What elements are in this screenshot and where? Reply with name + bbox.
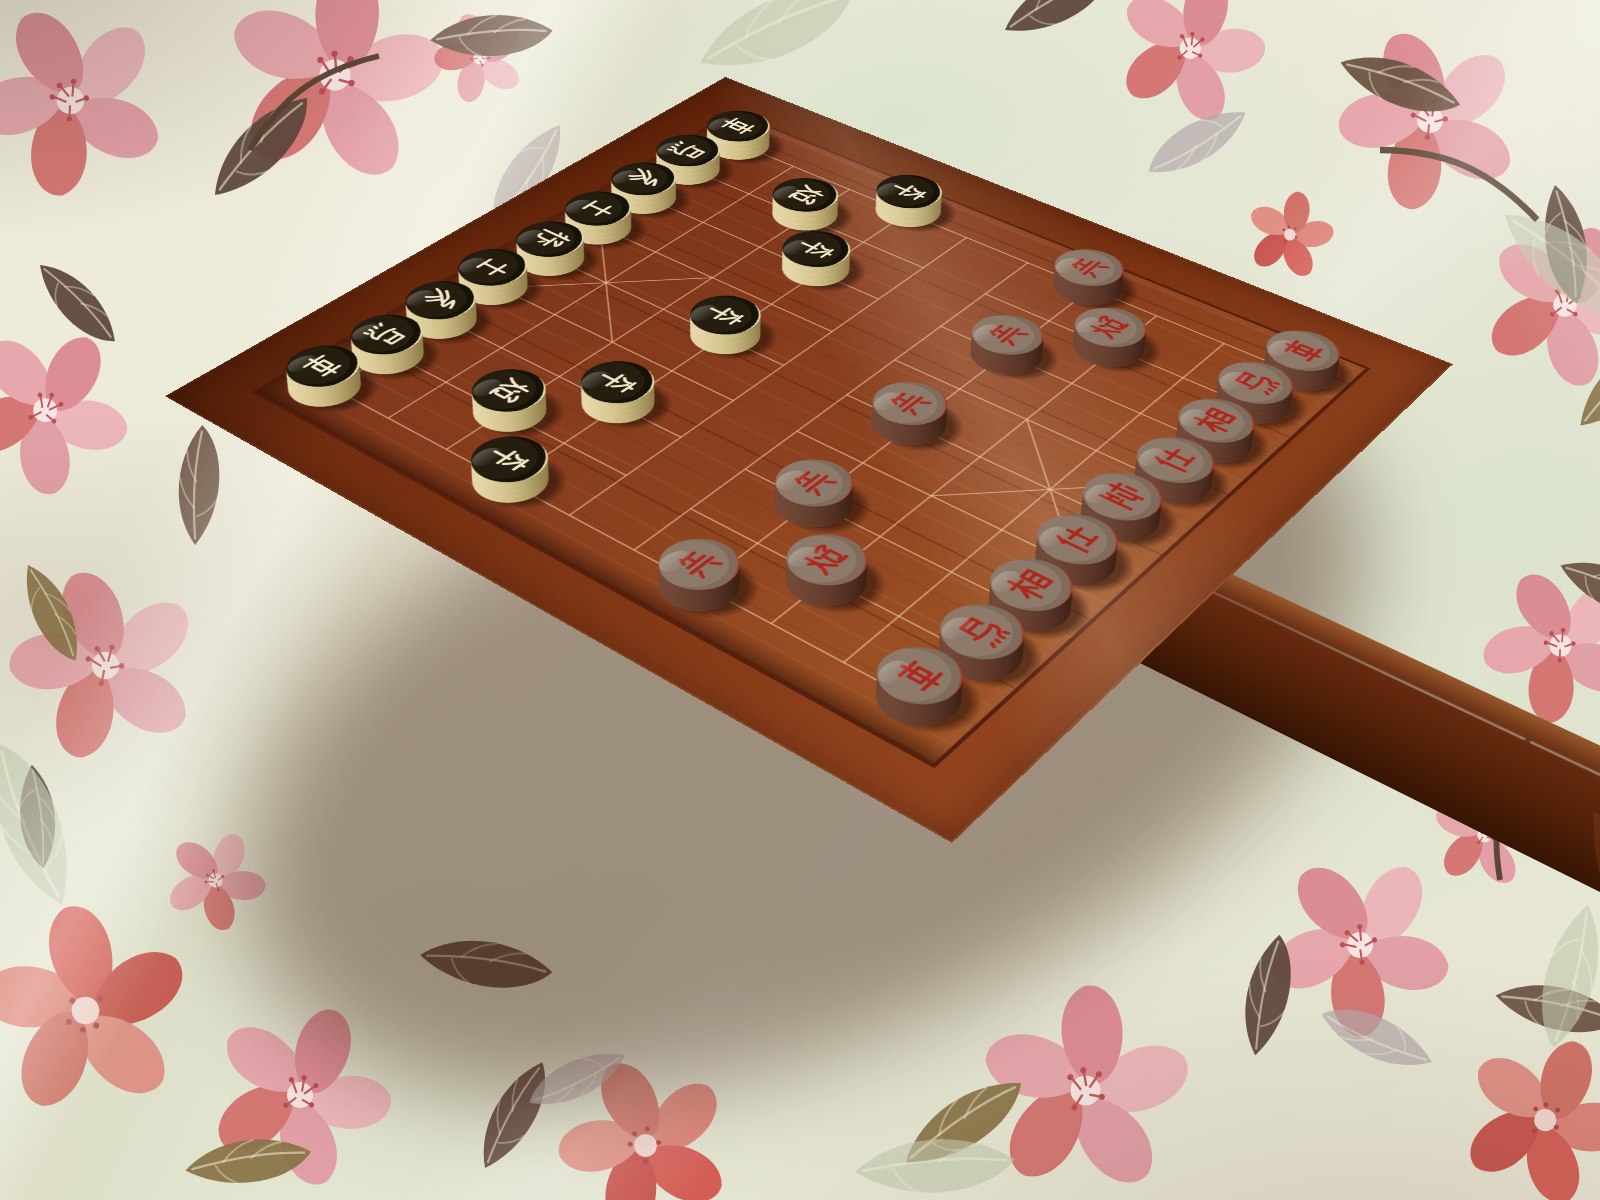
piece-character-icon (945, 607, 1020, 656)
piece-character-icon (881, 650, 958, 702)
piece-character-icon (475, 439, 544, 480)
piece-character-icon (1042, 517, 1113, 562)
piece-character-icon (584, 363, 650, 401)
piece-character-icon (1088, 475, 1158, 518)
piece-character-icon (1183, 401, 1250, 441)
piece-black-cannon[interactable] (458, 383, 562, 443)
piece-character-icon (1223, 364, 1288, 402)
piece-red-soldier[interactable] (642, 552, 755, 625)
piece-character-icon (475, 371, 542, 409)
piece-red-soldier[interactable] (857, 396, 960, 457)
table-leg (1536, 801, 1600, 1033)
board-frame (165, 77, 1453, 843)
piece-character-icon (1142, 439, 1210, 480)
piece-red-chariot[interactable] (859, 660, 978, 741)
piece-character-icon (779, 462, 849, 504)
piece-character-icon (791, 537, 863, 583)
perspective-scene (0, 0, 1600, 1200)
photo-scene (0, 0, 1600, 1200)
piece-black-soldier[interactable] (456, 450, 564, 515)
piece-character-icon (663, 541, 736, 587)
piece-character-icon (290, 347, 356, 384)
piece-character-icon (877, 384, 943, 423)
piece-red-cannon[interactable] (770, 548, 883, 620)
piece-red-soldier[interactable] (759, 473, 867, 540)
piece-black-soldier[interactable] (566, 375, 669, 435)
piece-character-icon (995, 561, 1068, 608)
